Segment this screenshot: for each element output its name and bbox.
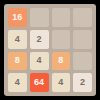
empty-cell-r3c4 (73, 52, 92, 71)
empty-cell-r2c3 (52, 30, 71, 49)
tile-2-r4c4: 2 (73, 73, 92, 92)
empty-cell-r1c4 (73, 8, 92, 27)
empty-cell-r1c2 (30, 8, 49, 27)
tile-4-r2c1: 4 (8, 30, 27, 49)
tile-4-r4c1: 4 (8, 73, 27, 92)
tile-64-r4c2: 64 (30, 73, 49, 92)
tile-4-r3c2: 4 (30, 52, 49, 71)
2048-board[interactable]: 164284846442 (4, 4, 96, 96)
tile-16-r1c1: 16 (8, 8, 27, 27)
page-background: { "game": "2048", "position": { "rows": … (0, 0, 100, 100)
tile-8-r3c3: 8 (52, 52, 71, 71)
tile-4-r4c3: 4 (52, 73, 71, 92)
empty-cell-r2c4 (73, 30, 92, 49)
tile-2-r2c2: 2 (30, 30, 49, 49)
empty-cell-r1c3 (52, 8, 71, 27)
tile-8-r3c1: 8 (8, 52, 27, 71)
